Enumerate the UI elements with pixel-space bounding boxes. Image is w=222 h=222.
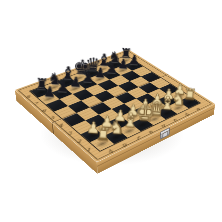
clasp-tab <box>162 131 168 139</box>
scene: ♜♞♝♚♛♝♞♜♟♟♟♟♟♟♟♟♟♟♟♟♟♟♟♟♜♞♝♚♛♝♞♜ hgfedcb… <box>0 0 222 222</box>
black-pawn[interactable]: ♟ <box>41 84 57 99</box>
square-e5[interactable] <box>94 91 115 103</box>
photo-frame: ♜♞♝♚♛♝♞♜♟♟♟♟♟♟♟♟♟♟♟♟♟♟♟♟♜♞♝♚♛♝♞♜ hgfedcb… <box>0 0 222 222</box>
white-rook[interactable]: ♜ <box>94 126 112 144</box>
